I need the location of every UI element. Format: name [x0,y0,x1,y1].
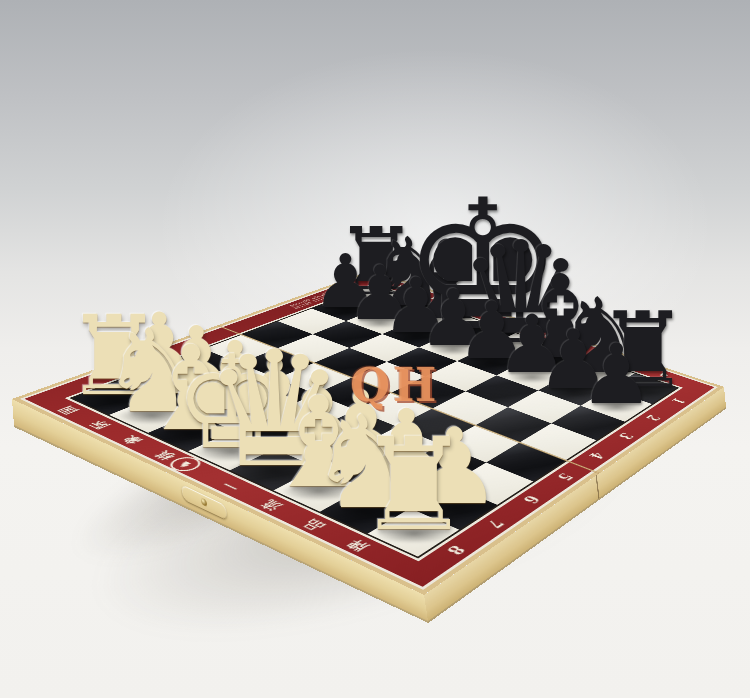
board-squares-field [72,285,676,556]
studio-photo-background: 12345678hgfedcba国际象棋一流品牌6001/02 LSL10220… [0,0,750,698]
chess-board: 12345678hgfedcba国际象棋一流品牌6001/02 LSL10220… [12,270,724,595]
qh-watermark: QH [350,358,440,412]
fold-crack [596,475,600,498]
clasp-keyhole [201,497,207,507]
